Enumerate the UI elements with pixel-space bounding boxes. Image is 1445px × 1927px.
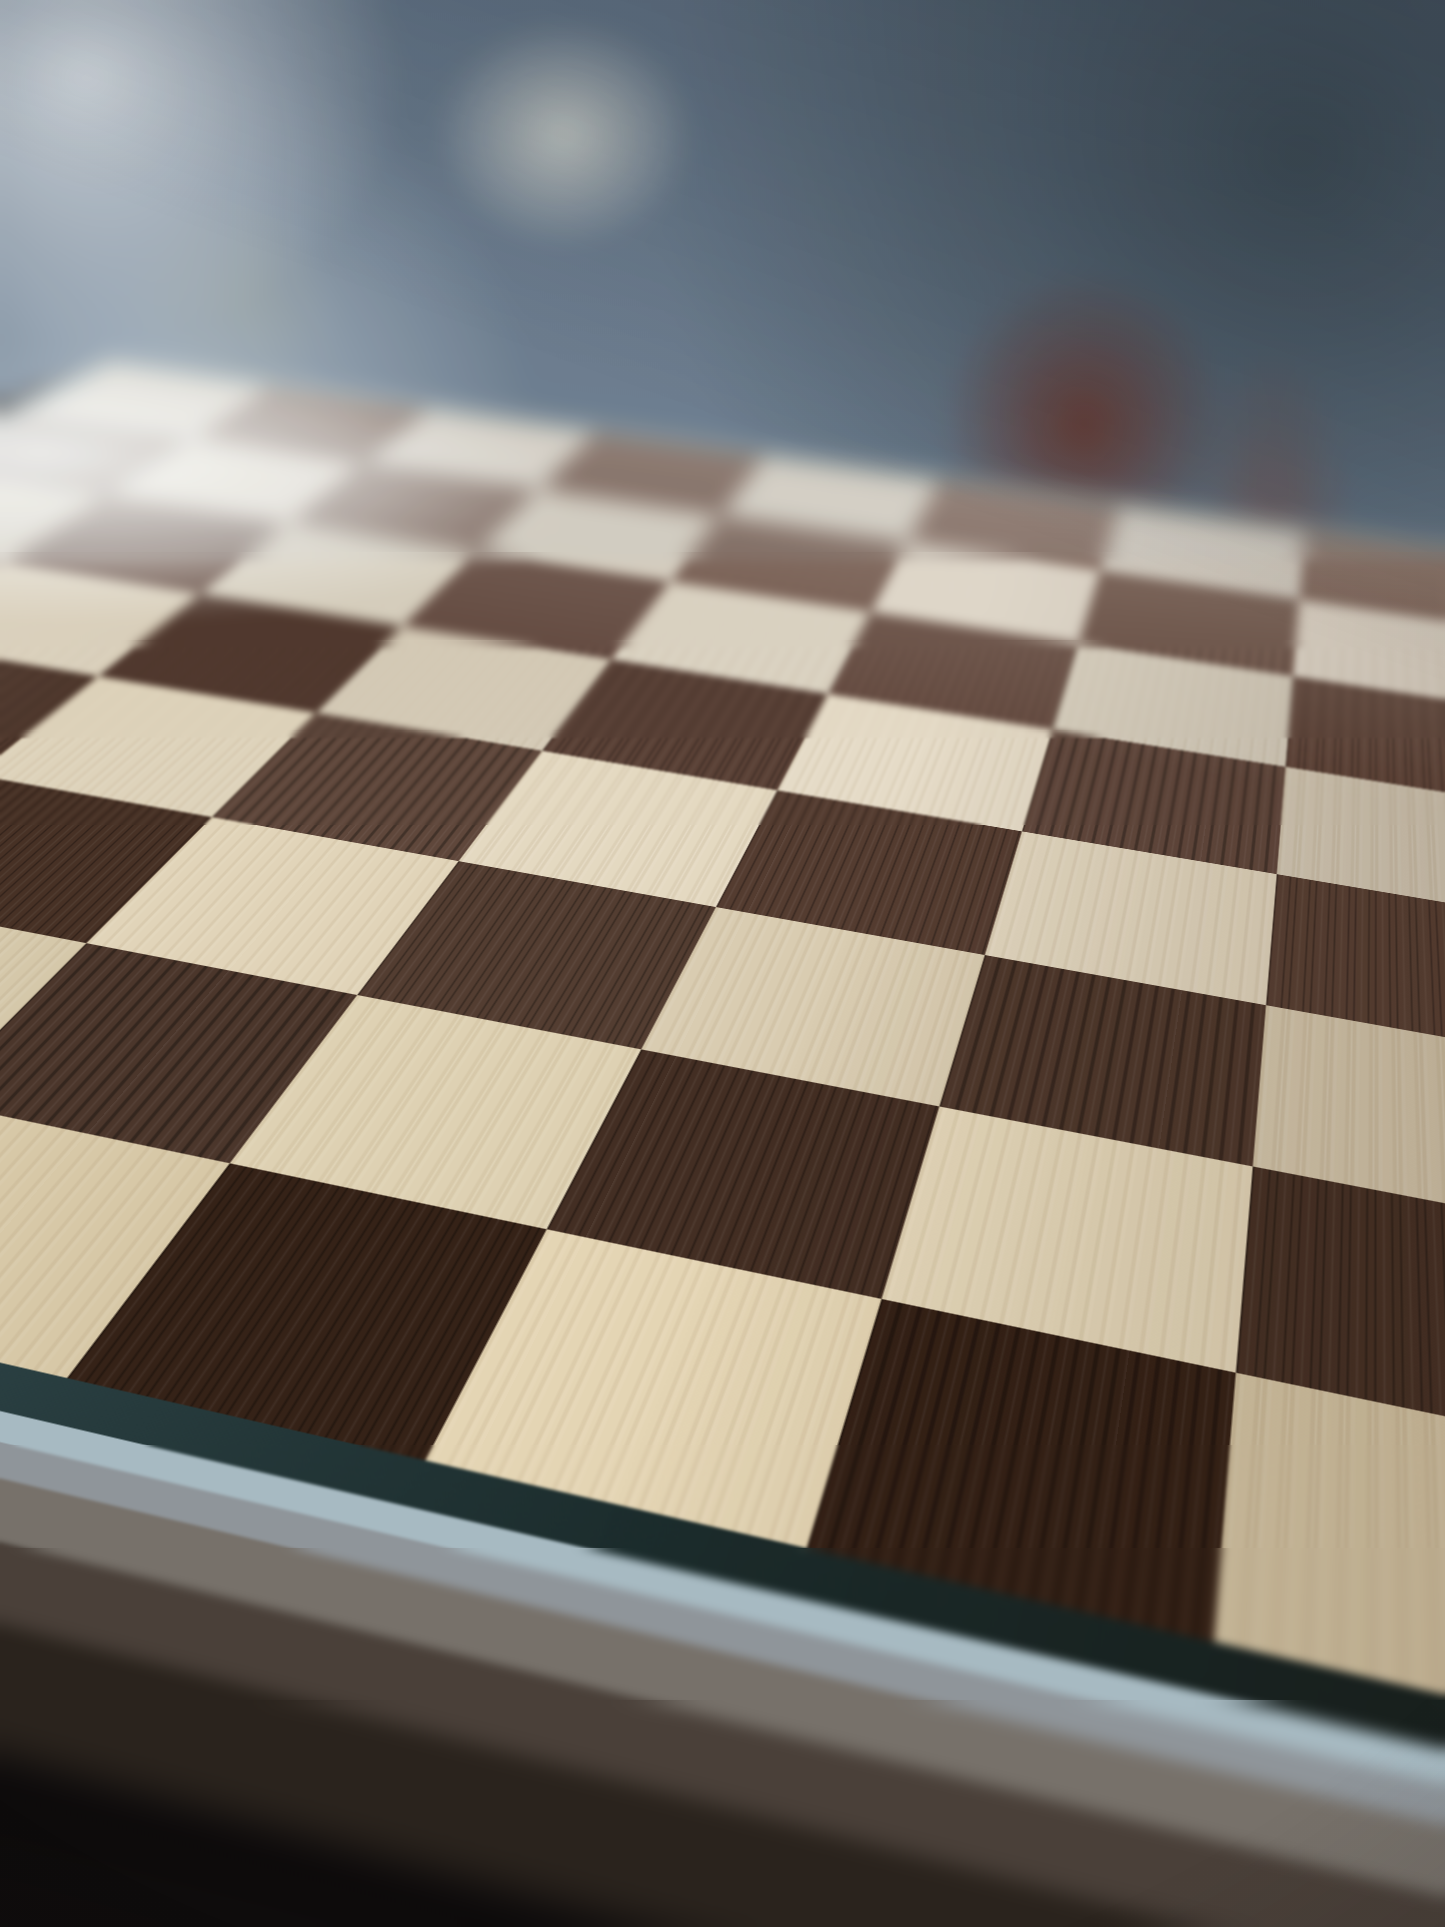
square-h1[interactable] — [1214, 1372, 1445, 1742]
photo-scene: Low-angle photograph of an empty handmad… — [0, 0, 1445, 1927]
